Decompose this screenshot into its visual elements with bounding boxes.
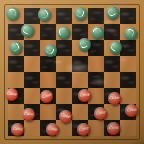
cap-coke-script: Coke — [108, 95, 121, 100]
cap-swirl-logo — [8, 9, 16, 17]
red-cap-piece[interactable]: Coke — [11, 123, 24, 136]
red-cap-piece[interactable]: Coke — [77, 123, 90, 136]
cap-coke-script: Coke — [106, 125, 119, 131]
square-r7c7-light[interactable] — [120, 120, 136, 136]
cap-swirl-logo — [125, 28, 134, 37]
cap-swirl-logo — [91, 26, 102, 37]
cap-swirl-logo — [75, 8, 85, 18]
cap-swirl-logo — [38, 8, 49, 19]
square-r4c2-light[interactable] — [40, 72, 56, 88]
red-cap-piece[interactable]: Coke — [94, 107, 107, 120]
red-cap-piece[interactable]: Coke — [22, 108, 35, 121]
green-cap-piece[interactable] — [78, 38, 91, 51]
square-r0c3-dark[interactable] — [56, 8, 72, 24]
cap-coke-script: Coke — [4, 90, 18, 97]
square-r0c7-dark[interactable] — [120, 8, 136, 24]
red-cap-piece[interactable]: Coke — [108, 92, 121, 105]
square-r3c2-dark[interactable] — [40, 56, 56, 72]
red-cap-piece[interactable]: Coke — [59, 110, 72, 123]
red-cap-piece[interactable]: Coke — [125, 104, 138, 117]
green-cap-piece[interactable] — [57, 26, 70, 39]
green-cap-piece[interactable] — [21, 24, 34, 37]
square-r4c7-dark[interactable] — [120, 72, 136, 88]
square-r2c1-dark[interactable] — [24, 40, 40, 56]
cap-coke-script: Coke — [124, 107, 137, 112]
square-r3c1-light[interactable] — [24, 56, 40, 72]
square-r6c4-light[interactable] — [72, 104, 88, 120]
cap-coke-script: Coke — [58, 112, 72, 120]
cap-swirl-logo — [79, 39, 88, 48]
cap-coke-script: Coke — [10, 125, 23, 131]
green-cap-piece[interactable] — [6, 7, 19, 20]
square-r3c6-dark[interactable] — [104, 56, 120, 72]
cap-swirl-logo — [107, 7, 117, 17]
square-r1c2-dark[interactable] — [40, 24, 56, 40]
green-cap-piece[interactable] — [124, 27, 137, 40]
square-r4c3-dark[interactable] — [56, 72, 72, 88]
square-r3c4-dark[interactable] — [72, 56, 88, 72]
square-r0c5-dark[interactable] — [88, 8, 104, 24]
green-cap-piece[interactable] — [106, 6, 119, 19]
cap-coke-script: Coke — [93, 109, 107, 116]
green-cap-piece[interactable] — [9, 41, 22, 54]
square-r4c6-light[interactable] — [104, 72, 120, 88]
square-r5c1-light[interactable] — [24, 88, 40, 104]
red-cap-piece[interactable]: Coke — [78, 89, 91, 102]
green-cap-piece[interactable] — [44, 44, 57, 57]
square-r7c5-light[interactable] — [88, 120, 104, 136]
square-r4c5-dark[interactable] — [88, 72, 104, 88]
cap-swirl-logo — [10, 42, 21, 53]
square-r3c5-light[interactable] — [88, 56, 104, 72]
square-r7c1-light[interactable] — [24, 120, 40, 136]
square-r2c3-dark[interactable] — [56, 40, 72, 56]
square-r3c0-dark[interactable] — [8, 56, 24, 72]
square-r3c7-light[interactable] — [120, 56, 136, 72]
square-r4c4-light[interactable] — [72, 72, 88, 88]
green-cap-piece[interactable] — [38, 8, 51, 21]
cap-coke-script: Coke — [21, 110, 35, 117]
square-r1c6-dark[interactable] — [104, 24, 120, 40]
red-cap-piece[interactable]: Coke — [46, 123, 59, 136]
square-r4c1-dark[interactable] — [24, 72, 40, 88]
checkers-board-photo: CokeCokeCokeCokeCokeCokeCokeCokeCokeCoke… — [0, 0, 144, 144]
cap-coke-script: Coke — [76, 125, 90, 132]
square-r5c3-light[interactable] — [56, 88, 72, 104]
red-cap-piece[interactable]: Coke — [107, 122, 120, 135]
cap-swirl-logo — [21, 24, 32, 35]
square-r6c2-light[interactable] — [40, 104, 56, 120]
square-r5c7-light[interactable] — [120, 88, 136, 104]
cap-swirl-logo — [45, 45, 56, 56]
cap-swirl-logo — [59, 28, 68, 37]
cap-coke-script: Coke — [77, 91, 91, 98]
cap-coke-script: Coke — [39, 92, 53, 100]
red-cap-piece[interactable]: Coke — [5, 88, 18, 101]
red-cap-piece[interactable]: Coke — [40, 90, 53, 103]
cap-coke-script: Coke — [45, 125, 59, 133]
square-r3c3-light[interactable] — [56, 56, 72, 72]
green-cap-piece[interactable] — [74, 7, 87, 20]
green-cap-piece[interactable] — [91, 26, 104, 39]
cap-swirl-logo — [109, 41, 120, 52]
green-cap-piece[interactable] — [109, 41, 122, 54]
square-r2c7-dark[interactable] — [120, 40, 136, 56]
square-r4c0-light[interactable] — [8, 72, 24, 88]
